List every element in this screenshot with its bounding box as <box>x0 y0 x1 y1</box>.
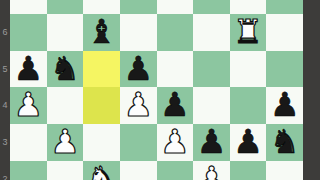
square-b7[interactable] <box>47 14 84 51</box>
square-g3[interactable] <box>230 161 267 180</box>
square-f6[interactable] <box>193 51 230 88</box>
square-b3[interactable] <box>47 161 84 180</box>
square-e4[interactable]: ♟ <box>157 124 194 161</box>
white-pawn-f3[interactable]: ♟ <box>193 161 230 180</box>
square-a8[interactable] <box>10 0 47 14</box>
square-b8[interactable] <box>47 0 84 14</box>
square-d8[interactable] <box>120 0 157 14</box>
rank-label-6: 6 <box>0 27 10 37</box>
rank-label-3: 3 <box>0 137 10 147</box>
square-e7[interactable] <box>157 14 194 51</box>
square-c6[interactable] <box>83 51 120 88</box>
black-knight-h4[interactable]: ♞ <box>266 124 303 161</box>
square-d4[interactable] <box>120 124 157 161</box>
square-b5[interactable] <box>47 87 84 124</box>
square-a5[interactable]: ♟ <box>10 87 47 124</box>
rank-label-5: 5 <box>0 64 10 74</box>
square-f5[interactable] <box>193 87 230 124</box>
white-rook-g7[interactable]: ♜ <box>230 14 267 51</box>
square-g5[interactable] <box>230 87 267 124</box>
black-bishop-c7[interactable]: ♝ <box>83 14 120 51</box>
white-pawn-d5[interactable]: ♟ <box>120 87 157 124</box>
square-f3[interactable]: ♟ <box>193 161 230 180</box>
square-d3[interactable] <box>120 161 157 180</box>
rank-label-2: 2 <box>0 174 10 180</box>
square-g4[interactable]: ♟ <box>230 124 267 161</box>
black-pawn-a6[interactable]: ♟ <box>10 51 47 88</box>
square-e5[interactable]: ♟ <box>157 87 194 124</box>
square-h8[interactable] <box>266 0 303 14</box>
square-d5[interactable]: ♟ <box>120 87 157 124</box>
square-d6[interactable]: ♟ <box>120 51 157 88</box>
white-pawn-b4[interactable]: ♟ <box>47 124 84 161</box>
black-knight-b6[interactable]: ♞ <box>47 51 84 88</box>
chess-board[interactable]: ♝♜♟♞♟♟♟♟♟♟♟♟♟♞♞♟♛♝♝♟♟ <box>10 0 303 180</box>
rank-label-4: 4 <box>0 100 10 110</box>
square-c5[interactable] <box>83 87 120 124</box>
black-pawn-e5[interactable]: ♟ <box>157 87 194 124</box>
board-right-gutter <box>303 0 320 180</box>
black-pawn-g4[interactable]: ♟ <box>230 124 267 161</box>
square-e3[interactable] <box>157 161 194 180</box>
black-pawn-f4[interactable]: ♟ <box>193 124 230 161</box>
square-a7[interactable] <box>10 14 47 51</box>
square-a4[interactable] <box>10 124 47 161</box>
square-h7[interactable] <box>266 14 303 51</box>
square-g6[interactable] <box>230 51 267 88</box>
white-pawn-e4[interactable]: ♟ <box>157 124 194 161</box>
square-f8[interactable] <box>193 0 230 14</box>
black-pawn-d6[interactable]: ♟ <box>120 51 157 88</box>
square-c3[interactable]: ♞ <box>83 161 120 180</box>
square-h5[interactable]: ♟ <box>266 87 303 124</box>
square-e8[interactable] <box>157 0 194 14</box>
square-b4[interactable]: ♟ <box>47 124 84 161</box>
square-g7[interactable]: ♜ <box>230 14 267 51</box>
square-h4[interactable]: ♞ <box>266 124 303 161</box>
square-a3[interactable] <box>10 161 47 180</box>
square-h3[interactable] <box>266 161 303 180</box>
square-c7[interactable]: ♝ <box>83 14 120 51</box>
black-pawn-h5[interactable]: ♟ <box>266 87 303 124</box>
square-d7[interactable] <box>120 14 157 51</box>
square-c4[interactable] <box>83 124 120 161</box>
square-f7[interactable] <box>193 14 230 51</box>
square-f4[interactable]: ♟ <box>193 124 230 161</box>
square-b6[interactable]: ♞ <box>47 51 84 88</box>
white-pawn-a5[interactable]: ♟ <box>10 87 47 124</box>
square-h6[interactable] <box>266 51 303 88</box>
white-knight-c3[interactable]: ♞ <box>83 161 120 180</box>
square-e6[interactable] <box>157 51 194 88</box>
square-a6[interactable]: ♟ <box>10 51 47 88</box>
